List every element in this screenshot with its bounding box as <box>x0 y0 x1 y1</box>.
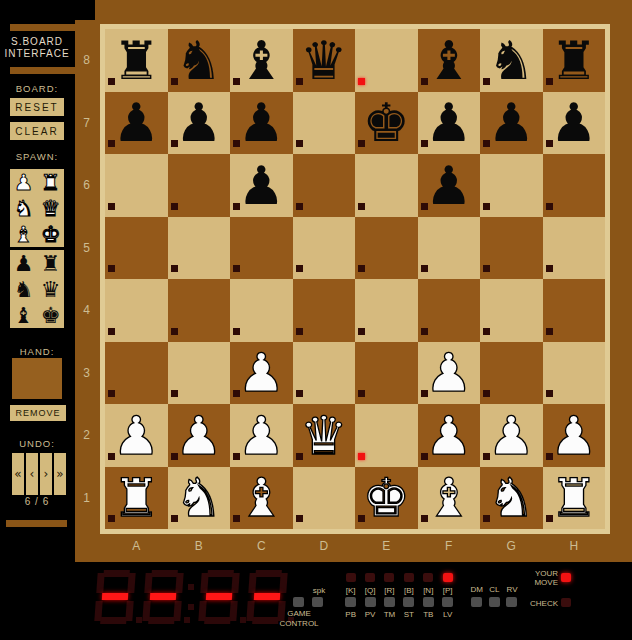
square-c1[interactable]: ♝ <box>230 467 293 530</box>
square-g3[interactable] <box>480 342 543 405</box>
white-rook[interactable]: ♜ <box>543 467 606 530</box>
sensor-dot <box>108 203 115 210</box>
piece-label-R: [R] <box>384 586 394 595</box>
square-c2[interactable]: ♟ <box>230 404 293 467</box>
piece-led-R <box>384 573 394 582</box>
square-a2[interactable]: ♟ <box>105 404 168 467</box>
app-title-line1: S.BOARD <box>0 36 74 47</box>
rank-label-5: 5 <box>75 217 98 280</box>
spawn-white-king[interactable]: ♚ <box>37 221 64 247</box>
clock-colon-dot <box>188 584 194 590</box>
square-h8[interactable]: ♜ <box>543 29 606 92</box>
rank-label-1: 1 <box>75 467 98 530</box>
square-c4[interactable] <box>230 279 293 342</box>
square-d4[interactable] <box>293 279 356 342</box>
button-label-tb: TB <box>423 610 433 619</box>
reset-button[interactable]: RESET <box>10 98 64 116</box>
sensor-dot <box>171 265 178 272</box>
button-dm[interactable] <box>471 597 482 607</box>
file-label-C: C <box>230 535 293 557</box>
square-b4[interactable] <box>168 279 231 342</box>
spawn-black-king[interactable]: ♚ <box>37 302 64 328</box>
sensor-dot <box>233 328 240 335</box>
your-move-label-line2: MOVE <box>518 578 558 587</box>
divider-bar-top <box>10 24 76 31</box>
button-pv[interactable] <box>365 597 376 607</box>
square-b3[interactable] <box>168 342 231 405</box>
sensor-dot <box>171 390 178 397</box>
undo-button-row: «‹›» <box>12 453 66 495</box>
undo-back-button[interactable]: ‹ <box>26 453 38 495</box>
square-b5[interactable] <box>168 217 231 280</box>
square-d5[interactable] <box>293 217 356 280</box>
black-pawn[interactable]: ♟ <box>543 92 606 155</box>
sensor-dot <box>296 265 303 272</box>
piece-led-K <box>346 573 356 582</box>
game-control-label-line2: CONTROL <box>279 619 319 628</box>
square-e8[interactable] <box>355 29 418 92</box>
piece-button-columns: [K]PB[Q]PV[R]TM[B]ST[N]TB[P]LV <box>341 571 457 619</box>
button-tm[interactable] <box>384 597 395 607</box>
spawn-white-bishop[interactable]: ♝ <box>10 221 37 247</box>
sensor-dot <box>296 140 303 147</box>
spawn-section-label: SPAWN: <box>0 151 74 162</box>
piece-label-Q: [Q] <box>365 586 376 595</box>
square-c7[interactable]: ♟ <box>230 92 293 155</box>
remove-button[interactable]: REMOVE <box>10 405 66 421</box>
sensor-dot <box>296 328 303 335</box>
square-h3[interactable] <box>543 342 606 405</box>
square-d7[interactable] <box>293 92 356 155</box>
button-label-tm: TM <box>384 610 396 619</box>
clock-digit-3 <box>197 570 241 624</box>
button-lv[interactable] <box>442 597 453 607</box>
square-b7[interactable]: ♟ <box>168 92 231 155</box>
frame-notch <box>75 0 95 20</box>
square-f1[interactable]: ♝ <box>418 467 481 530</box>
your-move-led <box>561 573 571 582</box>
square-h7[interactable]: ♟ <box>543 92 606 155</box>
aux-label-dm: DM <box>471 585 483 594</box>
white-pawn[interactable]: ♟ <box>105 404 168 467</box>
undo-section-label: UNDO: <box>0 438 74 449</box>
white-bishop[interactable]: ♝ <box>230 467 293 530</box>
square-g1[interactable]: ♞ <box>480 467 543 530</box>
white-pawn[interactable]: ♟ <box>230 342 293 405</box>
square-h5[interactable] <box>543 217 606 280</box>
white-pawn[interactable]: ♟ <box>418 404 481 467</box>
black-knight[interactable]: ♞ <box>480 29 543 92</box>
square-f7[interactable]: ♟ <box>418 92 481 155</box>
app-title-line2: INTERFACE <box>0 48 74 59</box>
sensor-dot <box>421 328 428 335</box>
piece-led-N <box>423 573 433 582</box>
square-c6[interactable]: ♟ <box>230 154 293 217</box>
square-a8[interactable]: ♜ <box>105 29 168 92</box>
file-label-A: A <box>105 535 168 557</box>
sensor-dot <box>483 390 490 397</box>
square-e2[interactable] <box>355 404 418 467</box>
spawn-white-knight[interactable]: ♞ <box>10 195 37 221</box>
rank-label-2: 2 <box>75 404 98 467</box>
square-h1[interactable]: ♜ <box>543 467 606 530</box>
button-label-lv: LV <box>443 610 452 619</box>
square-g2[interactable]: ♟ <box>480 404 543 467</box>
spawn-black-queen[interactable]: ♛ <box>37 276 64 302</box>
sensor-dot <box>358 390 365 397</box>
square-f8[interactable]: ♝ <box>418 29 481 92</box>
button-st[interactable] <box>403 597 414 607</box>
black-rook[interactable]: ♜ <box>105 29 168 92</box>
file-label-D: D <box>293 535 356 557</box>
square-a4[interactable] <box>105 279 168 342</box>
sensor-dot <box>108 328 115 335</box>
black-pawn[interactable]: ♟ <box>418 92 481 155</box>
clock-digit-4 <box>245 570 289 624</box>
spawn-black-knight[interactable]: ♞ <box>10 276 37 302</box>
white-knight[interactable]: ♞ <box>168 467 231 530</box>
sensor-dot <box>483 203 490 210</box>
square-e6[interactable] <box>355 154 418 217</box>
square-f5[interactable] <box>418 217 481 280</box>
sensor-dot <box>358 328 365 335</box>
white-king[interactable]: ♚ <box>355 467 418 530</box>
sensor-dot-active <box>358 78 365 85</box>
undo-counter: 6 / 6 <box>0 496 74 507</box>
piece-label-K: [K] <box>346 586 356 595</box>
black-bishop[interactable]: ♝ <box>418 29 481 92</box>
sensor-dot <box>546 203 553 210</box>
clock-colon-dot <box>188 604 194 610</box>
sensor-dot <box>421 265 428 272</box>
white-queen[interactable]: ♛ <box>293 404 356 467</box>
button-pb[interactable] <box>345 597 356 607</box>
sensor-dot <box>546 390 553 397</box>
game-control-button[interactable] <box>293 597 304 607</box>
square-a1[interactable]: ♜ <box>105 467 168 530</box>
button-cl[interactable] <box>489 597 500 607</box>
aux-label-cl: CL <box>489 585 499 594</box>
square-g5[interactable] <box>480 217 543 280</box>
square-c3[interactable]: ♟ <box>230 342 293 405</box>
black-pawn[interactable]: ♟ <box>168 92 231 155</box>
rank-label-4: 4 <box>75 279 98 342</box>
square-e4[interactable] <box>355 279 418 342</box>
file-label-B: B <box>168 535 231 557</box>
square-e5[interactable] <box>355 217 418 280</box>
clear-button[interactable]: CLEAR <box>10 122 64 140</box>
square-f6[interactable]: ♟ <box>418 154 481 217</box>
sensor-dot-active <box>358 453 365 460</box>
square-h4[interactable] <box>543 279 606 342</box>
piece-label-P: [P] <box>443 586 453 595</box>
sensor-dot <box>546 328 553 335</box>
square-g4[interactable] <box>480 279 543 342</box>
rank-label-8: 8 <box>75 29 98 92</box>
square-d6[interactable] <box>293 154 356 217</box>
square-a7[interactable]: ♟ <box>105 92 168 155</box>
divider-bar-bottom <box>6 520 67 527</box>
sensor-dot <box>358 265 365 272</box>
sensor-dot <box>233 265 240 272</box>
black-bishop[interactable]: ♝ <box>230 29 293 92</box>
black-pawn[interactable]: ♟ <box>230 92 293 155</box>
square-a6[interactable] <box>105 154 168 217</box>
white-knight[interactable]: ♞ <box>480 467 543 530</box>
black-pawn[interactable]: ♟ <box>480 92 543 155</box>
speaker-label: spk <box>305 586 333 595</box>
file-label-H: H <box>543 535 606 557</box>
sensor-dot <box>296 515 303 522</box>
button-label-st: ST <box>404 610 414 619</box>
file-label-F: F <box>418 535 481 557</box>
button-tb[interactable] <box>423 597 434 607</box>
rank-label-6: 6 <box>75 154 98 217</box>
spawn-white-rook[interactable]: ♜ <box>37 169 64 195</box>
square-f3[interactable]: ♟ <box>418 342 481 405</box>
spawn-panel-black: ♟♜♞♛♝♚ <box>10 250 64 328</box>
chess-board: ♜♞♝♛♝♞♜♟♟♟♚♟♟♟♟♟♟♟♟♟♟♛♟♟♟♜♞♝♚♝♞♜ <box>105 29 605 529</box>
board-section-label: BOARD: <box>0 83 74 94</box>
square-b1[interactable]: ♞ <box>168 467 231 530</box>
rank-label-3: 3 <box>75 342 98 405</box>
clock-digit-1 <box>93 570 137 624</box>
sensor-dot <box>171 203 178 210</box>
white-bishop[interactable]: ♝ <box>418 467 481 530</box>
sensor-dot <box>358 203 365 210</box>
button-rv[interactable] <box>506 597 517 607</box>
sensor-dot <box>296 203 303 210</box>
sensor-dot <box>483 265 490 272</box>
piece-label-N: [N] <box>423 586 433 595</box>
square-b8[interactable]: ♞ <box>168 29 231 92</box>
sensor-dot <box>296 390 303 397</box>
white-pawn[interactable]: ♟ <box>230 404 293 467</box>
spawn-white-pawn[interactable]: ♟ <box>10 169 37 195</box>
black-pawn[interactable]: ♟ <box>230 154 293 217</box>
sensor-dot <box>108 390 115 397</box>
clock-decimal-dot <box>184 617 190 623</box>
square-d1[interactable] <box>293 467 356 530</box>
undo-forward-button[interactable]: › <box>40 453 52 495</box>
square-g7[interactable]: ♟ <box>480 92 543 155</box>
button-label-pv: PV <box>365 610 376 619</box>
square-h2[interactable]: ♟ <box>543 404 606 467</box>
square-b6[interactable] <box>168 154 231 217</box>
square-f2[interactable]: ♟ <box>418 404 481 467</box>
aux-label-rv: RV <box>507 585 518 594</box>
sensor-dot <box>546 265 553 272</box>
piece-led-P <box>443 573 453 582</box>
file-label-E: E <box>355 535 418 557</box>
square-b2[interactable]: ♟ <box>168 404 231 467</box>
spawn-black-bishop[interactable]: ♝ <box>10 302 37 328</box>
rank-label-7: 7 <box>75 92 98 155</box>
piece-label-B: [B] <box>404 586 414 595</box>
undo-first-button[interactable]: « <box>12 453 24 495</box>
spawn-black-pawn[interactable]: ♟ <box>10 250 37 276</box>
spawn-black-rook[interactable]: ♜ <box>37 250 64 276</box>
square-d2[interactable]: ♛ <box>293 404 356 467</box>
check-label: CHECK <box>518 599 558 608</box>
piece-led-Q <box>365 573 375 582</box>
black-knight[interactable]: ♞ <box>168 29 231 92</box>
check-led <box>561 598 571 607</box>
black-king[interactable]: ♚ <box>355 92 418 155</box>
spawn-white-queen[interactable]: ♛ <box>37 195 64 221</box>
white-pawn[interactable]: ♟ <box>168 404 231 467</box>
file-label-G: G <box>480 535 543 557</box>
hand-tray[interactable] <box>12 358 62 399</box>
button-label-pb: PB <box>345 610 356 619</box>
speaker-button[interactable] <box>312 597 323 607</box>
square-c8[interactable]: ♝ <box>230 29 293 92</box>
square-e7[interactable]: ♚ <box>355 92 418 155</box>
sensor-dot <box>108 265 115 272</box>
square-d3[interactable] <box>293 342 356 405</box>
sensor-dot <box>483 328 490 335</box>
black-queen[interactable]: ♛ <box>293 29 356 92</box>
square-a3[interactable] <box>105 342 168 405</box>
aux-button-columns: DMCLRV <box>468 585 521 607</box>
square-c5[interactable] <box>230 217 293 280</box>
white-pawn[interactable]: ♟ <box>480 404 543 467</box>
black-pawn[interactable]: ♟ <box>105 92 168 155</box>
spawn-panel-white: ♟♜♞♛♝♚ <box>10 169 64 247</box>
square-g6[interactable] <box>480 154 543 217</box>
white-pawn[interactable]: ♟ <box>543 404 606 467</box>
square-e1[interactable]: ♚ <box>355 467 418 530</box>
white-pawn[interactable]: ♟ <box>418 342 481 405</box>
your-move-label-line1: YOUR <box>518 569 558 578</box>
square-g8[interactable]: ♞ <box>480 29 543 92</box>
divider-bar-2 <box>10 67 76 74</box>
square-h6[interactable] <box>543 154 606 217</box>
sensor-board-interface-screen: { "game": "chess", "position": { "fen": … <box>0 0 632 640</box>
square-e3[interactable] <box>355 342 418 405</box>
sensor-dot <box>171 328 178 335</box>
square-f4[interactable] <box>418 279 481 342</box>
clock-digit-2 <box>141 570 185 624</box>
hand-section-label: HAND: <box>0 346 74 357</box>
piece-led-B <box>404 573 414 582</box>
square-d8[interactable]: ♛ <box>293 29 356 92</box>
black-rook[interactable]: ♜ <box>543 29 606 92</box>
game-control-label-line1: GAME <box>284 609 314 618</box>
white-rook[interactable]: ♜ <box>105 467 168 530</box>
square-a5[interactable] <box>105 217 168 280</box>
black-pawn[interactable]: ♟ <box>418 154 481 217</box>
undo-last-button[interactable]: » <box>54 453 66 495</box>
